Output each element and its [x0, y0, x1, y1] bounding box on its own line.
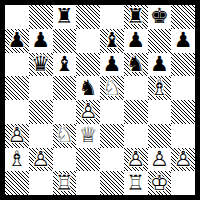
- square-b6[interactable]: ♛♛: [29, 53, 53, 77]
- square-f3[interactable]: [124, 124, 148, 148]
- piece-white-pawn: ♙: [5, 124, 29, 148]
- chess-board-frame: ♜♜♜♜♚♚♟♟♟♟♝♝♟♟♟♟♛♛♝♝♟♟♞♞♟♟♞♞♞♘♝♗♟♙♟♙♞♘♛♕…: [0, 0, 200, 200]
- square-c2[interactable]: [53, 148, 77, 172]
- square-f8[interactable]: ♜♜: [124, 5, 148, 29]
- piece-white-queen: ♕: [76, 124, 100, 148]
- piece-black-rook: ♜: [124, 5, 148, 29]
- square-h3[interactable]: [171, 124, 195, 148]
- piece-white-pawn: ♙: [171, 148, 195, 172]
- square-f1[interactable]: ♜♖: [124, 171, 148, 195]
- square-d1[interactable]: [76, 171, 100, 195]
- square-e6[interactable]: ♟♟: [100, 53, 124, 77]
- square-g6[interactable]: ♟♟: [148, 53, 172, 77]
- square-b1[interactable]: [29, 171, 53, 195]
- square-f7[interactable]: ♟♟: [124, 29, 148, 53]
- square-a4[interactable]: [5, 100, 29, 124]
- square-b7[interactable]: ♟♟: [29, 29, 53, 53]
- piece-white-king: ♔: [148, 171, 172, 195]
- square-f5[interactable]: [124, 76, 148, 100]
- chess-board: ♜♜♜♜♚♚♟♟♟♟♝♝♟♟♟♟♛♛♝♝♟♟♞♞♟♟♞♞♞♘♝♗♟♙♟♙♞♘♛♕…: [5, 5, 195, 195]
- piece-white-bishop: ♗: [5, 148, 29, 172]
- square-d2[interactable]: [76, 148, 100, 172]
- piece-black-knight: ♞: [124, 53, 148, 77]
- square-g7[interactable]: [148, 29, 172, 53]
- square-h8[interactable]: [171, 5, 195, 29]
- piece-black-pawn: ♟: [171, 29, 195, 53]
- piece-black-king: ♚: [148, 5, 172, 29]
- square-e1[interactable]: [100, 171, 124, 195]
- square-b2[interactable]: ♟♙: [29, 148, 53, 172]
- square-h4[interactable]: [171, 100, 195, 124]
- square-a8[interactable]: [5, 5, 29, 29]
- piece-black-queen: ♛: [29, 53, 53, 77]
- square-f4[interactable]: [124, 100, 148, 124]
- square-e2[interactable]: [100, 148, 124, 172]
- square-a6[interactable]: [5, 53, 29, 77]
- square-d4[interactable]: ♟♙: [76, 100, 100, 124]
- square-e3[interactable]: [100, 124, 124, 148]
- piece-black-pawn: ♟: [100, 53, 124, 77]
- piece-black-bishop: ♝: [53, 53, 77, 77]
- square-a5[interactable]: [5, 76, 29, 100]
- square-h1[interactable]: [171, 171, 195, 195]
- piece-black-pawn: ♟: [29, 29, 53, 53]
- square-c5[interactable]: [53, 76, 77, 100]
- square-a2[interactable]: ♝♗: [5, 148, 29, 172]
- square-c7[interactable]: [53, 29, 77, 53]
- piece-white-rook: ♖: [53, 171, 77, 195]
- square-h7[interactable]: ♟♟: [171, 29, 195, 53]
- square-g3[interactable]: [148, 124, 172, 148]
- square-g8[interactable]: ♚♚: [148, 5, 172, 29]
- square-b4[interactable]: [29, 100, 53, 124]
- square-b5[interactable]: [29, 76, 53, 100]
- piece-white-pawn: ♙: [124, 148, 148, 172]
- square-e5[interactable]: ♞♘: [100, 76, 124, 100]
- square-g4[interactable]: [148, 100, 172, 124]
- square-g1[interactable]: ♚♔: [148, 171, 172, 195]
- piece-white-bishop: ♗: [148, 76, 172, 100]
- square-f6[interactable]: ♞♞: [124, 53, 148, 77]
- square-d8[interactable]: [76, 5, 100, 29]
- piece-white-knight: ♘: [53, 124, 77, 148]
- piece-white-knight: ♘: [100, 76, 124, 100]
- square-c6[interactable]: ♝♝: [53, 53, 77, 77]
- square-e7[interactable]: ♝♝: [100, 29, 124, 53]
- piece-black-pawn: ♟: [148, 53, 172, 77]
- square-h5[interactable]: [171, 76, 195, 100]
- square-c3[interactable]: ♞♘: [53, 124, 77, 148]
- square-d6[interactable]: [76, 53, 100, 77]
- piece-white-rook: ♖: [124, 171, 148, 195]
- square-d3[interactable]: ♛♕: [76, 124, 100, 148]
- square-d5[interactable]: ♞♞: [76, 76, 100, 100]
- square-g2[interactable]: ♟♙: [148, 148, 172, 172]
- square-g5[interactable]: ♝♗: [148, 76, 172, 100]
- square-f2[interactable]: ♟♙: [124, 148, 148, 172]
- square-e4[interactable]: [100, 100, 124, 124]
- square-c4[interactable]: [53, 100, 77, 124]
- piece-black-rook: ♜: [53, 5, 77, 29]
- piece-white-pawn: ♙: [148, 148, 172, 172]
- square-b8[interactable]: [29, 5, 53, 29]
- piece-white-pawn: ♙: [76, 100, 100, 124]
- square-c8[interactable]: ♜♜: [53, 5, 77, 29]
- piece-black-pawn: ♟: [5, 29, 29, 53]
- piece-black-pawn: ♟: [124, 29, 148, 53]
- square-a1[interactable]: [5, 171, 29, 195]
- piece-black-knight: ♞: [76, 76, 100, 100]
- square-h2[interactable]: ♟♙: [171, 148, 195, 172]
- square-a3[interactable]: ♟♙: [5, 124, 29, 148]
- square-h6[interactable]: [171, 53, 195, 77]
- square-c1[interactable]: ♜♖: [53, 171, 77, 195]
- square-e8[interactable]: [100, 5, 124, 29]
- piece-black-bishop: ♝: [100, 29, 124, 53]
- square-b3[interactable]: [29, 124, 53, 148]
- square-d7[interactable]: [76, 29, 100, 53]
- piece-white-pawn: ♙: [29, 148, 53, 172]
- square-a7[interactable]: ♟♟: [5, 29, 29, 53]
